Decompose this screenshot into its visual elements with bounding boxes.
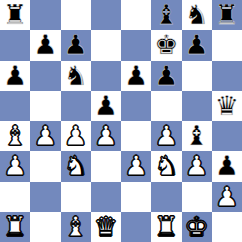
square-f8[interactable]: ♝ (151, 0, 181, 30)
square-h2[interactable]: ♟ (212, 182, 242, 212)
square-a6[interactable]: ♟ (0, 61, 30, 91)
square-b3[interactable] (30, 151, 60, 181)
white-king[interactable]: ♚ (185, 212, 209, 242)
square-e5[interactable] (121, 91, 151, 121)
square-d2[interactable] (91, 182, 121, 212)
square-c6[interactable]: ♞ (61, 61, 91, 91)
square-e8[interactable] (121, 0, 151, 30)
square-g6[interactable] (182, 61, 212, 91)
black-pawn[interactable]: ♟ (3, 61, 27, 91)
square-b6[interactable] (30, 61, 60, 91)
square-d7[interactable] (91, 30, 121, 60)
square-d5[interactable]: ♟ (91, 91, 121, 121)
black-knight[interactable]: ♞ (64, 61, 88, 91)
square-c7[interactable]: ♟ (61, 30, 91, 60)
white-pawn[interactable]: ♟ (124, 151, 148, 181)
square-d3[interactable] (91, 151, 121, 181)
square-e1[interactable] (121, 212, 151, 242)
square-f3[interactable]: ♞ (151, 151, 181, 181)
square-f2[interactable] (151, 182, 181, 212)
square-b1[interactable] (30, 212, 60, 242)
square-h8[interactable]: ♜ (212, 0, 242, 30)
black-rook[interactable]: ♜ (3, 0, 27, 30)
square-f6[interactable]: ♟ (151, 61, 181, 91)
square-a5[interactable] (0, 91, 30, 121)
square-g8[interactable]: ♞ (182, 0, 212, 30)
square-f7[interactable]: ♚ (151, 30, 181, 60)
square-e6[interactable]: ♟ (121, 61, 151, 91)
black-bishop[interactable]: ♝ (185, 121, 209, 151)
square-c1[interactable]: ♝ (61, 212, 91, 242)
chess-board: ♜♝♞♜♟♟♚♟♟♞♟♟♟♛♝♟♟♟♟♝♟♞♟♞♟♟♟♜♝♛♜♚ (0, 0, 242, 242)
square-b2[interactable] (30, 182, 60, 212)
white-bishop[interactable]: ♝ (64, 212, 88, 242)
black-pawn[interactable]: ♟ (33, 30, 57, 60)
black-pawn[interactable]: ♟ (64, 30, 88, 60)
white-rook[interactable]: ♜ (3, 212, 27, 242)
square-g1[interactable]: ♚ (182, 212, 212, 242)
square-d1[interactable]: ♛ (91, 212, 121, 242)
black-knight[interactable]: ♞ (185, 0, 209, 30)
square-a2[interactable] (0, 182, 30, 212)
square-a7[interactable] (0, 30, 30, 60)
square-h6[interactable] (212, 61, 242, 91)
square-a3[interactable]: ♟ (0, 151, 30, 181)
white-pawn[interactable]: ♟ (215, 182, 239, 212)
white-pawn[interactable]: ♟ (154, 121, 178, 151)
black-pawn[interactable]: ♟ (185, 30, 209, 60)
square-c3[interactable]: ♞ (61, 151, 91, 181)
square-g7[interactable]: ♟ (182, 30, 212, 60)
white-knight[interactable]: ♞ (154, 151, 178, 181)
square-h3[interactable]: ♟ (212, 151, 242, 181)
square-f4[interactable]: ♟ (151, 121, 181, 151)
square-g5[interactable] (182, 91, 212, 121)
square-g2[interactable] (182, 182, 212, 212)
black-bishop[interactable]: ♝ (154, 0, 178, 30)
square-a8[interactable]: ♜ (0, 0, 30, 30)
black-pawn[interactable]: ♟ (124, 61, 148, 91)
square-d6[interactable] (91, 61, 121, 91)
black-queen[interactable]: ♛ (215, 91, 239, 121)
white-pawn[interactable]: ♟ (94, 121, 118, 151)
white-pawn[interactable]: ♟ (185, 151, 209, 181)
white-bishop[interactable]: ♝ (3, 121, 27, 151)
white-pawn[interactable]: ♟ (3, 151, 27, 181)
square-d4[interactable]: ♟ (91, 121, 121, 151)
square-b5[interactable] (30, 91, 60, 121)
square-c2[interactable] (61, 182, 91, 212)
square-e4[interactable] (121, 121, 151, 151)
square-b7[interactable]: ♟ (30, 30, 60, 60)
square-e7[interactable] (121, 30, 151, 60)
square-c4[interactable]: ♟ (61, 121, 91, 151)
square-f5[interactable] (151, 91, 181, 121)
black-pawn[interactable]: ♟ (215, 151, 239, 181)
square-b8[interactable] (30, 0, 60, 30)
white-rook[interactable]: ♜ (154, 212, 178, 242)
black-pawn[interactable]: ♟ (154, 61, 178, 91)
square-d8[interactable] (91, 0, 121, 30)
square-h7[interactable] (212, 30, 242, 60)
square-h4[interactable] (212, 121, 242, 151)
square-c8[interactable] (61, 0, 91, 30)
square-e2[interactable] (121, 182, 151, 212)
square-h1[interactable] (212, 212, 242, 242)
black-rook[interactable]: ♜ (215, 0, 239, 30)
white-queen[interactable]: ♛ (94, 212, 118, 242)
square-f1[interactable]: ♜ (151, 212, 181, 242)
white-knight[interactable]: ♞ (64, 151, 88, 181)
black-king[interactable]: ♚ (154, 30, 178, 60)
square-g3[interactable]: ♟ (182, 151, 212, 181)
square-c5[interactable] (61, 91, 91, 121)
square-h5[interactable]: ♛ (212, 91, 242, 121)
white-pawn[interactable]: ♟ (33, 121, 57, 151)
square-a1[interactable]: ♜ (0, 212, 30, 242)
black-pawn[interactable]: ♟ (94, 91, 118, 121)
square-a4[interactable]: ♝ (0, 121, 30, 151)
square-e3[interactable]: ♟ (121, 151, 151, 181)
square-g4[interactable]: ♝ (182, 121, 212, 151)
square-b4[interactable]: ♟ (30, 121, 60, 151)
white-pawn[interactable]: ♟ (64, 121, 88, 151)
